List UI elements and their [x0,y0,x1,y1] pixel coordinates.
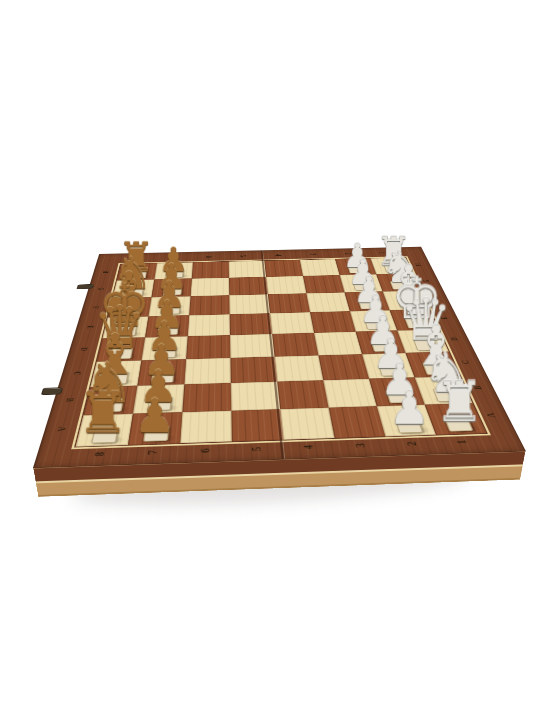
square-f5 [229,294,270,314]
square-a1: ♜ [425,403,487,435]
coord-back-5: 5 [233,248,256,264]
chess-board: 87654321 87654321 HGFEDCBA HGFEDCBA ♜♟♟♜… [33,247,526,469]
square-c5 [230,357,277,383]
square-a7: ♟ [128,412,182,445]
square-g3 [303,275,345,293]
square-c3 [318,354,369,380]
square-a3 [329,406,386,438]
coord-back-6: 6 [198,249,221,265]
square-a6 [180,411,232,444]
product-photo: 87654321 87654321 HGFEDCBA HGFEDCBA ♜♟♟♜… [0,0,540,720]
square-a5 [231,409,283,441]
piece-gold-pawn-a7: ♟ [134,393,176,440]
square-e3 [310,311,356,333]
coord-back-2: 2 [336,246,363,261]
square-f3 [306,292,350,312]
piece-silver-rook-a1: ♜ [435,374,485,429]
coord-back-3: 3 [302,247,328,262]
square-b3 [323,379,377,408]
square-d5 [230,334,275,358]
square-g4 [266,276,306,294]
coord-back-4: 4 [267,248,292,263]
coord-back-7: 7 [162,250,187,266]
square-e4 [270,312,314,334]
square-a2: ♟ [377,405,436,437]
square-c6 [184,358,231,384]
square-d4 [272,333,318,357]
coord-right-H: H [398,259,438,270]
square-a4 [280,408,334,440]
piece-gold-rook-a8: ♜ [77,385,128,441]
square-d3 [314,332,362,356]
board-frame: 87654321 87654321 HGFEDCBA HGFEDCBA ♜♟♟♜… [33,247,526,469]
square-f6 [189,295,229,315]
square-b5 [231,382,280,411]
square-b4 [277,380,328,409]
square-g6 [190,278,229,296]
square-a8: ♜ [76,414,133,447]
square-e6 [188,314,230,336]
piece-silver-pawn-a2: ♟ [389,385,430,431]
playfield-grid: ♜♟♟♜♞♟♟♞♝♟♟♝♚♟♟♚♛♟♟♛♝♟♟♝♞♟♟♞♜♟♟♜ [74,257,488,447]
square-d6 [186,335,230,359]
square-g5 [229,277,268,295]
square-f4 [268,293,310,313]
square-c4 [275,355,324,381]
coord-back-8: 8 [126,251,152,267]
square-b6 [182,383,231,412]
board-scene: 87654321 87654321 HGFEDCBA HGFEDCBA ♜♟♟♜… [0,0,540,720]
square-e5 [230,313,272,335]
